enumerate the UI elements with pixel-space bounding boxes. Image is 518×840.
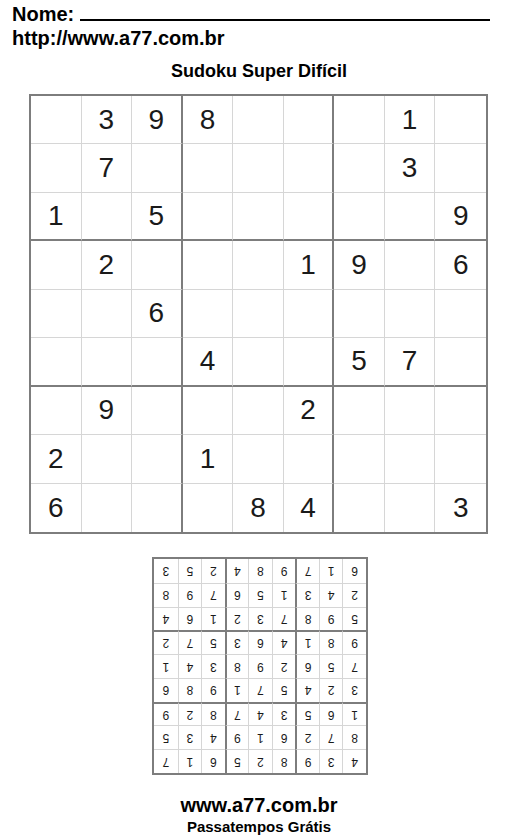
cell-r6c3 (132, 338, 183, 386)
cell-r4c7: 9 (334, 241, 385, 289)
solution-cell-r2c4: 6 (272, 725, 296, 749)
cell-r7c3 (132, 387, 183, 435)
solution-cell-r8c2: 4 (319, 583, 343, 607)
cell-r4c4 (183, 241, 234, 289)
cell-r3c1: 1 (31, 193, 82, 241)
solution-cell-r3c1: 1 (342, 702, 366, 726)
solution-cell-r8c9: 8 (154, 583, 178, 607)
cell-r7c5 (233, 387, 284, 435)
cell-r3c2 (82, 193, 133, 241)
cell-r8c5 (233, 435, 284, 483)
name-blank-line (80, 19, 490, 21)
solution-cell-r3c5: 4 (248, 702, 272, 726)
solution-cell-r3c8: 2 (178, 702, 202, 726)
solution-cell-r5c1: 7 (342, 654, 366, 678)
solution-cell-r5c3: 6 (295, 654, 319, 678)
cell-r3c9: 9 (435, 193, 486, 241)
cell-r2c1 (31, 144, 82, 192)
solution-cell-r8c8: 9 (178, 583, 202, 607)
cell-r6c4: 4 (183, 338, 234, 386)
cell-r6c8: 7 (385, 338, 436, 386)
cell-r2c6 (284, 144, 335, 192)
solution-cell-r2c1: 8 (342, 725, 366, 749)
cell-r8c4: 1 (183, 435, 234, 483)
cell-r3c8 (385, 193, 436, 241)
cell-r5c6 (284, 290, 335, 338)
solution-cell-r1c9: 7 (154, 749, 178, 773)
cell-r7c7 (334, 387, 385, 435)
solution-cell-r2c2: 7 (319, 725, 343, 749)
solution-cell-r3c6: 7 (225, 702, 249, 726)
solution-cell-r8c7: 7 (201, 583, 225, 607)
cell-r1c3: 9 (132, 96, 183, 144)
solution-cell-r4c9: 6 (154, 678, 178, 702)
cell-r6c1 (31, 338, 82, 386)
solution-cell-r6c5: 6 (248, 630, 272, 654)
cell-r4c2: 2 (82, 241, 133, 289)
cell-r7c1 (31, 387, 82, 435)
cell-r8c2 (82, 435, 133, 483)
cell-r4c3 (132, 241, 183, 289)
solution-cell-r6c9: 2 (154, 630, 178, 654)
cell-r6c9 (435, 338, 486, 386)
solution-cell-r5c4: 2 (272, 654, 296, 678)
solution-cell-r8c6: 6 (225, 583, 249, 607)
solution-cell-r9c7: 2 (201, 559, 225, 583)
cell-r3c7 (334, 193, 385, 241)
cell-r4c1 (31, 241, 82, 289)
solution-cell-r7c9: 4 (154, 607, 178, 631)
cell-r4c8 (385, 241, 436, 289)
cell-r1c9 (435, 96, 486, 144)
cell-r9c1: 6 (31, 484, 82, 532)
solution-cell-r1c8: 1 (178, 749, 202, 773)
solution-cell-r4c2: 2 (319, 678, 343, 702)
cell-r1c8: 1 (385, 96, 436, 144)
solution-cell-r6c8: 7 (178, 630, 202, 654)
sudoku-puzzle-grid: 3981731592196645792216843 (29, 94, 488, 534)
cell-r5c2 (82, 290, 133, 338)
solution-cell-r6c2: 8 (319, 630, 343, 654)
cell-r8c1: 2 (31, 435, 82, 483)
cell-r2c2: 7 (82, 144, 133, 192)
cell-r7c6: 2 (284, 387, 335, 435)
solution-cell-r3c4: 3 (272, 702, 296, 726)
cell-r4c6: 1 (284, 241, 335, 289)
cell-r5c4 (183, 290, 234, 338)
cell-r5c3: 6 (132, 290, 183, 338)
solution-cell-r7c1: 5 (342, 607, 366, 631)
cell-r5c9 (435, 290, 486, 338)
solution-cell-r3c2: 6 (319, 702, 343, 726)
cell-r7c4 (183, 387, 234, 435)
cell-r7c2: 9 (82, 387, 133, 435)
cell-r5c5 (233, 290, 284, 338)
solution-cell-r6c4: 4 (272, 630, 296, 654)
solution-cell-r7c4: 7 (272, 607, 296, 631)
cell-r9c5: 8 (233, 484, 284, 532)
footer-tagline: Passatempos Grátis (0, 818, 518, 835)
solution-cell-r1c3: 9 (295, 749, 319, 773)
solution-cell-r7c5: 3 (248, 607, 272, 631)
cell-r2c9 (435, 144, 486, 192)
solution-cell-r9c2: 1 (319, 559, 343, 583)
cell-r6c6 (284, 338, 335, 386)
solution-cell-r1c7: 6 (201, 749, 225, 773)
name-label: Nome: (12, 3, 74, 26)
cell-r9c3 (132, 484, 183, 532)
cell-r6c5 (233, 338, 284, 386)
solution-cell-r8c3: 3 (295, 583, 319, 607)
cell-r8c3 (132, 435, 183, 483)
solution-cell-r9c9: 3 (154, 559, 178, 583)
cell-r5c7 (334, 290, 385, 338)
solution-cell-r4c5: 7 (248, 678, 272, 702)
solution-cell-r4c4: 5 (272, 678, 296, 702)
solution-cell-r4c7: 9 (201, 678, 225, 702)
solution-cell-r3c7: 8 (201, 702, 225, 726)
solution-cell-r2c8: 3 (178, 725, 202, 749)
cell-r3c5 (233, 193, 284, 241)
solution-cell-r4c1: 3 (342, 678, 366, 702)
solution-cell-r9c4: 9 (272, 559, 296, 583)
solution-cell-r7c6: 2 (225, 607, 249, 631)
solution-cell-r6c6: 3 (225, 630, 249, 654)
cell-r8c6 (284, 435, 335, 483)
cell-r3c6 (284, 193, 335, 241)
cell-r8c9 (435, 435, 486, 483)
cell-r2c4 (183, 144, 234, 192)
site-url-text: http://www.a77.com.br (12, 27, 225, 50)
solution-cell-r7c2: 9 (319, 607, 343, 631)
solution-cell-r2c7: 4 (201, 725, 225, 749)
solution-cell-r4c3: 4 (295, 678, 319, 702)
cell-r9c8 (385, 484, 436, 532)
cell-r2c3 (132, 144, 183, 192)
solution-cell-r6c7: 5 (201, 630, 225, 654)
cell-r2c8: 3 (385, 144, 436, 192)
cell-r7c8 (385, 387, 436, 435)
solution-cell-r5c6: 8 (225, 654, 249, 678)
solution-cell-r9c3: 7 (295, 559, 319, 583)
solution-cell-r6c3: 1 (295, 630, 319, 654)
solution-cell-r3c9: 9 (154, 702, 178, 726)
cell-r2c5 (233, 144, 284, 192)
cell-r1c6 (284, 96, 335, 144)
solution-cell-r9c5: 8 (248, 559, 272, 583)
cell-r2c7 (334, 144, 385, 192)
cell-r1c7 (334, 96, 385, 144)
solution-cell-r1c5: 2 (248, 749, 272, 773)
solution-cell-r2c6: 9 (225, 725, 249, 749)
solution-cell-r5c8: 4 (178, 654, 202, 678)
solution-cell-r7c7: 1 (201, 607, 225, 631)
cell-r6c7: 5 (334, 338, 385, 386)
cell-r9c2 (82, 484, 133, 532)
page-title: Sudoku Super Difícil (0, 61, 518, 82)
solution-cell-r5c9: 1 (154, 654, 178, 678)
cell-r7c9 (435, 387, 486, 435)
solution-cell-r5c5: 9 (248, 654, 272, 678)
solution-cell-r1c6: 5 (225, 749, 249, 773)
cell-r9c9: 3 (435, 484, 486, 532)
solution-cell-r9c8: 5 (178, 559, 202, 583)
cell-r9c7 (334, 484, 385, 532)
solution-cell-r2c3: 2 (295, 725, 319, 749)
solution-cell-r1c2: 3 (319, 749, 343, 773)
cell-r4c5 (233, 241, 284, 289)
cell-r1c4: 8 (183, 96, 234, 144)
solution-cell-r3c3: 5 (295, 702, 319, 726)
solution-cell-r5c7: 3 (201, 654, 225, 678)
solution-cell-r7c8: 6 (178, 607, 202, 631)
solution-cell-r4c6: 1 (225, 678, 249, 702)
cell-r9c4 (183, 484, 234, 532)
cell-r1c1 (31, 96, 82, 144)
cell-r3c4 (183, 193, 234, 241)
cell-r8c7 (334, 435, 385, 483)
cell-r5c1 (31, 290, 82, 338)
solution-cell-r2c9: 5 (154, 725, 178, 749)
solution-cell-r8c1: 2 (342, 583, 366, 607)
solution-cell-r6c1: 9 (342, 630, 366, 654)
sudoku-solution-grid-upside-down: 4398256178726194351653478293245719867562… (152, 557, 368, 775)
solution-cell-r1c1: 4 (342, 749, 366, 773)
solution-cell-r8c4: 1 (272, 583, 296, 607)
solution-cell-r2c5: 1 (248, 725, 272, 749)
solution-cell-r8c5: 5 (248, 583, 272, 607)
cell-r1c5 (233, 96, 284, 144)
cell-r6c2 (82, 338, 133, 386)
cell-r8c8 (385, 435, 436, 483)
solution-cell-r5c2: 5 (319, 654, 343, 678)
solution-cell-r9c6: 4 (225, 559, 249, 583)
cell-r9c6: 4 (284, 484, 335, 532)
cell-r3c3: 5 (132, 193, 183, 241)
solution-cell-r7c3: 8 (295, 607, 319, 631)
footer-site-text: www.a77.com.br (0, 794, 518, 817)
solution-cell-r9c1: 6 (342, 559, 366, 583)
solution-cell-r4c8: 8 (178, 678, 202, 702)
cell-r5c8 (385, 290, 436, 338)
solution-cell-r1c4: 8 (272, 749, 296, 773)
cell-r4c9: 6 (435, 241, 486, 289)
cell-r1c2: 3 (82, 96, 133, 144)
